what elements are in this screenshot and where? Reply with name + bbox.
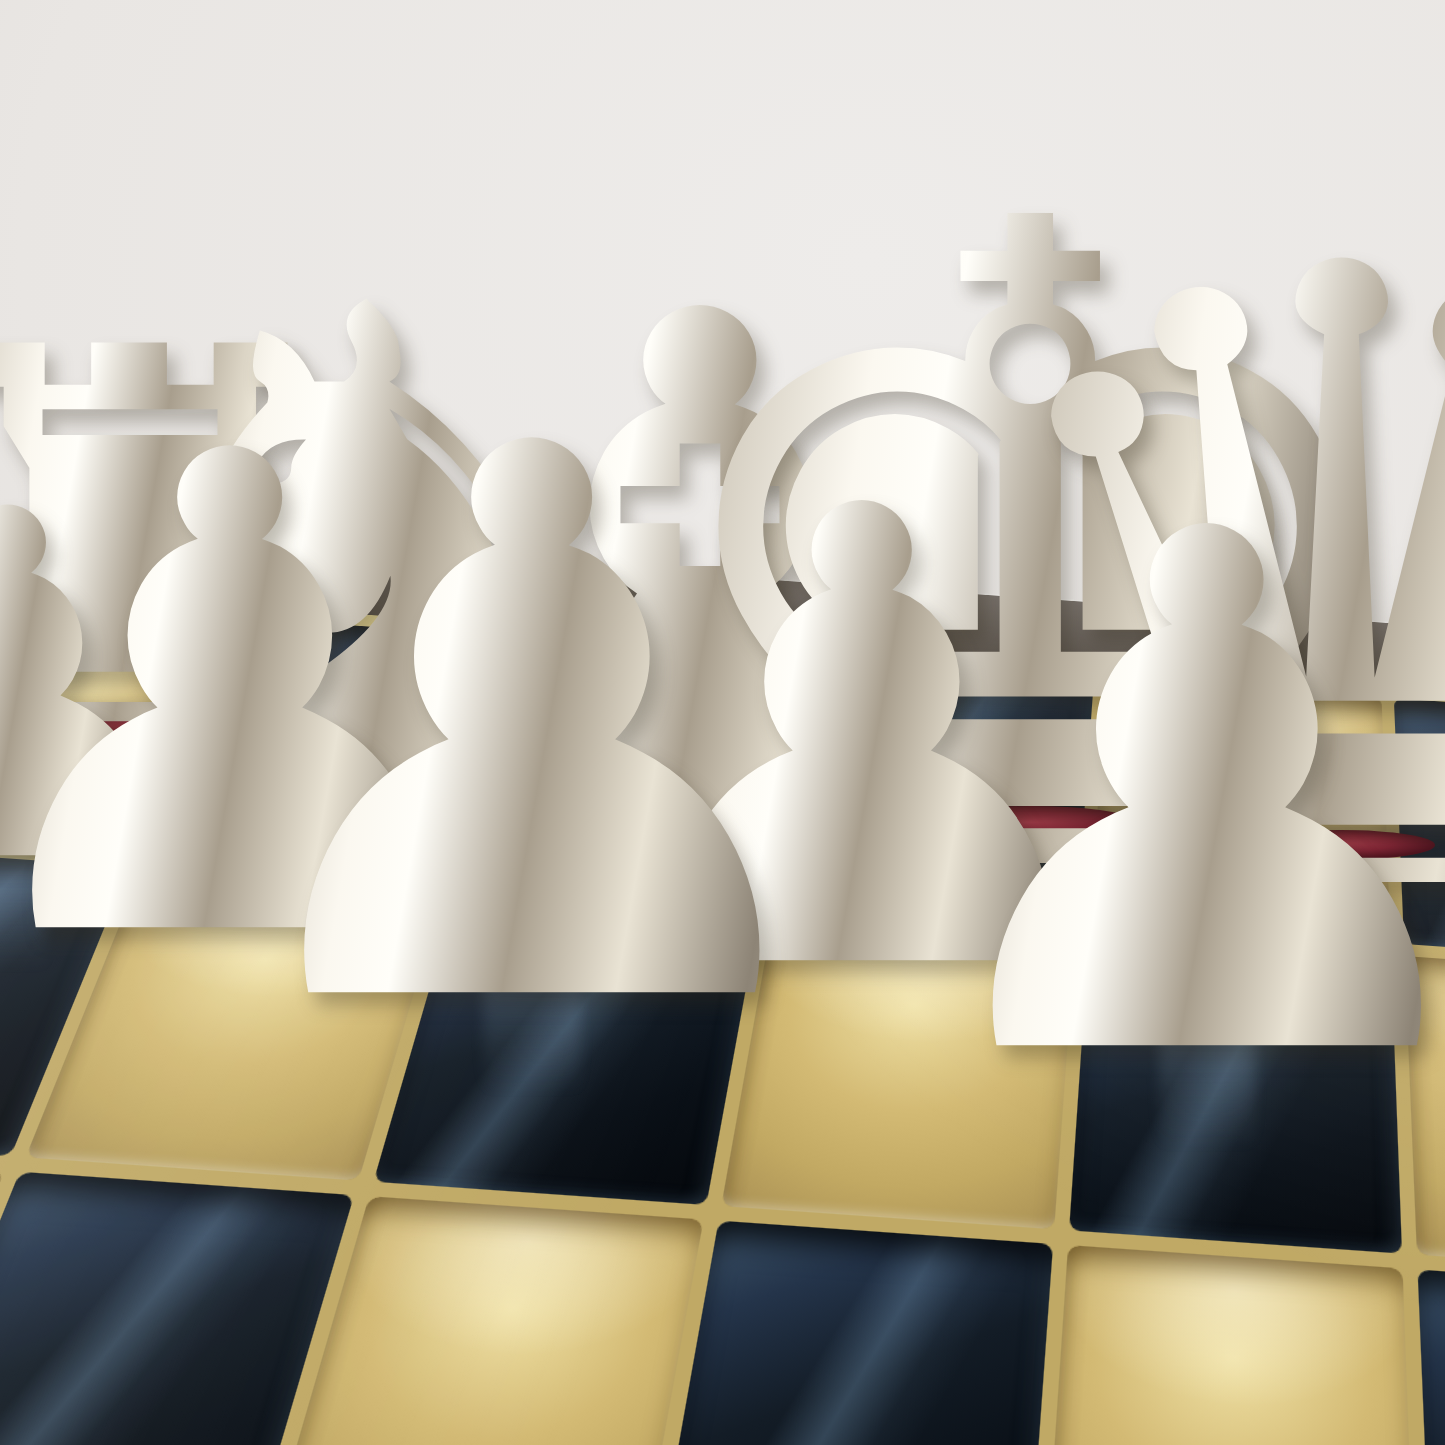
square-e2 (721, 912, 1075, 1229)
square-e3 (654, 1221, 1054, 1445)
square-d1 (1090, 678, 1391, 943)
photo-frame: ♜♞♝♚♟♛♟♟♟♟ (0, 0, 1445, 1445)
board-rim (0, 519, 1445, 1445)
square-d3 (1043, 1245, 1416, 1445)
square-c3 (1418, 1269, 1445, 1445)
board-brass-lip (0, 585, 1445, 1445)
square-f1 (462, 638, 807, 899)
square-e1 (776, 658, 1094, 921)
square-c2 (1405, 956, 1445, 1278)
square-d2 (1069, 934, 1402, 1254)
square-g3 (0, 1172, 354, 1445)
chess-board (0, 598, 1445, 1445)
scene (0, 1, 1445, 1445)
square-f2 (373, 890, 760, 1205)
square-c1 (1394, 698, 1445, 965)
